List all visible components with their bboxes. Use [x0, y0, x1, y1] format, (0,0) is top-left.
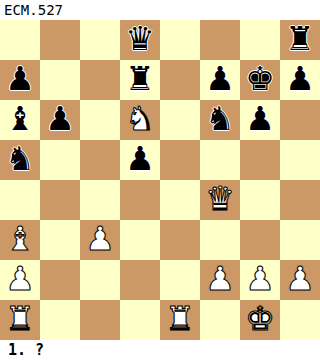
square-d7[interactable]: ♜: [120, 60, 160, 100]
square-d8[interactable]: ♛: [120, 20, 160, 60]
piece-white-rook: ♜: [165, 300, 195, 339]
square-d5[interactable]: ♟: [120, 140, 160, 180]
square-b6[interactable]: ♟: [40, 100, 80, 140]
piece-black-pawn: ♟: [285, 60, 315, 99]
piece-black-pawn: ♟: [205, 60, 235, 99]
square-d4[interactable]: [120, 180, 160, 220]
piece-white-rook: ♜: [5, 300, 35, 339]
square-e6[interactable]: [160, 100, 200, 140]
square-c4[interactable]: [80, 180, 120, 220]
square-g5[interactable]: [240, 140, 280, 180]
title-bar: ECM.527: [0, 0, 320, 20]
square-d2[interactable]: [120, 260, 160, 300]
square-f4[interactable]: ♛: [200, 180, 240, 220]
square-d6[interactable]: ♞: [120, 100, 160, 140]
piece-black-rook: ♜: [285, 20, 315, 59]
square-a4[interactable]: [0, 180, 40, 220]
square-b8[interactable]: [40, 20, 80, 60]
piece-black-king: ♚: [245, 60, 275, 99]
square-g3[interactable]: [240, 220, 280, 260]
square-a6[interactable]: ♝: [0, 100, 40, 140]
square-c3[interactable]: ♟: [80, 220, 120, 260]
piece-white-pawn: ♟: [205, 260, 235, 299]
square-c7[interactable]: [80, 60, 120, 100]
square-f2[interactable]: ♟: [200, 260, 240, 300]
square-a3[interactable]: ♝: [0, 220, 40, 260]
footer-bar: 1. ?: [0, 340, 320, 360]
piece-white-pawn: ♟: [85, 220, 115, 259]
square-b7[interactable]: [40, 60, 80, 100]
move-prompt: 1. ?: [0, 340, 44, 360]
square-a1[interactable]: ♜: [0, 300, 40, 340]
piece-black-bishop: ♝: [5, 100, 35, 139]
square-h1[interactable]: [280, 300, 320, 340]
square-e2[interactable]: [160, 260, 200, 300]
square-d1[interactable]: [120, 300, 160, 340]
square-c6[interactable]: [80, 100, 120, 140]
square-h3[interactable]: [280, 220, 320, 260]
square-h2[interactable]: ♟: [280, 260, 320, 300]
square-a8[interactable]: [0, 20, 40, 60]
square-e1[interactable]: ♜: [160, 300, 200, 340]
square-c8[interactable]: [80, 20, 120, 60]
chess-board: ♛♜♟♜♟♚♟♝♟♞♞♟♞♟♛♝♟♟♟♟♟♜♜♚: [0, 20, 320, 340]
square-f8[interactable]: [200, 20, 240, 60]
square-c2[interactable]: [80, 260, 120, 300]
square-e7[interactable]: [160, 60, 200, 100]
piece-white-pawn: ♟: [245, 260, 275, 299]
square-b2[interactable]: [40, 260, 80, 300]
piece-black-knight: ♞: [205, 100, 235, 139]
piece-black-queen: ♛: [125, 20, 155, 59]
square-g1[interactable]: ♚: [240, 300, 280, 340]
piece-white-pawn: ♟: [285, 260, 315, 299]
square-b4[interactable]: [40, 180, 80, 220]
square-g6[interactable]: ♟: [240, 100, 280, 140]
square-e8[interactable]: [160, 20, 200, 60]
piece-black-knight: ♞: [5, 140, 35, 179]
piece-black-pawn: ♟: [45, 100, 75, 139]
piece-white-knight: ♞: [125, 100, 155, 139]
page-title: ECM.527: [0, 0, 63, 20]
square-e5[interactable]: [160, 140, 200, 180]
square-b5[interactable]: [40, 140, 80, 180]
piece-black-pawn: ♟: [125, 140, 155, 179]
square-e3[interactable]: [160, 220, 200, 260]
square-b1[interactable]: [40, 300, 80, 340]
square-f5[interactable]: [200, 140, 240, 180]
piece-black-rook: ♜: [125, 60, 155, 99]
square-a7[interactable]: ♟: [0, 60, 40, 100]
square-b3[interactable]: [40, 220, 80, 260]
square-h6[interactable]: [280, 100, 320, 140]
piece-white-king: ♚: [245, 300, 275, 339]
square-g8[interactable]: [240, 20, 280, 60]
piece-black-pawn: ♟: [5, 60, 35, 99]
square-c5[interactable]: [80, 140, 120, 180]
square-a2[interactable]: ♟: [0, 260, 40, 300]
square-e4[interactable]: [160, 180, 200, 220]
square-h8[interactable]: ♜: [280, 20, 320, 60]
square-f3[interactable]: [200, 220, 240, 260]
square-h5[interactable]: [280, 140, 320, 180]
piece-white-bishop: ♝: [5, 220, 35, 259]
square-h7[interactable]: ♟: [280, 60, 320, 100]
square-c1[interactable]: [80, 300, 120, 340]
square-f1[interactable]: [200, 300, 240, 340]
piece-black-pawn: ♟: [245, 100, 275, 139]
square-d3[interactable]: [120, 220, 160, 260]
square-g2[interactable]: ♟: [240, 260, 280, 300]
square-h4[interactable]: [280, 180, 320, 220]
square-a5[interactable]: ♞: [0, 140, 40, 180]
square-f7[interactable]: ♟: [200, 60, 240, 100]
square-f6[interactable]: ♞: [200, 100, 240, 140]
piece-white-pawn: ♟: [5, 260, 35, 299]
square-g4[interactable]: [240, 180, 280, 220]
square-g7[interactable]: ♚: [240, 60, 280, 100]
piece-white-queen: ♛: [205, 180, 235, 219]
